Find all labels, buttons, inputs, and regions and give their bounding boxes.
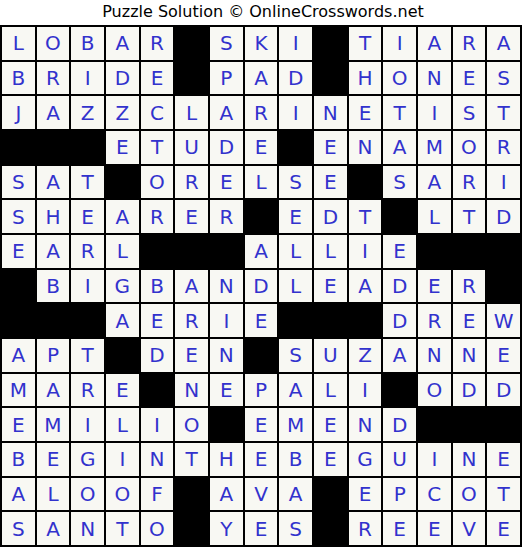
grid-cell: N: [453, 443, 486, 476]
grid-cell: T: [106, 512, 139, 545]
grid-cell: J: [2, 96, 35, 129]
block-cell: [314, 478, 347, 511]
grid-cell: N: [210, 339, 243, 372]
grid-cell: R: [71, 374, 104, 407]
grid-cell: E: [349, 478, 382, 511]
grid-cell: D: [383, 408, 416, 441]
grid-cell: A: [37, 512, 70, 545]
grid-cell: H: [37, 200, 70, 233]
grid-cell: A: [487, 27, 520, 60]
grid-cell: S: [383, 166, 416, 199]
block-cell: [279, 304, 312, 337]
grid-cell: E: [245, 131, 278, 164]
grid-cell: R: [349, 512, 382, 545]
grid-cell: E: [245, 304, 278, 337]
block-cell: [71, 304, 104, 337]
grid-cell: A: [383, 131, 416, 164]
grid-cell: A: [418, 27, 451, 60]
grid-cell: E: [487, 443, 520, 476]
grid-cell: S: [453, 96, 486, 129]
block-cell: [487, 408, 520, 441]
block-cell: [2, 131, 35, 164]
grid-cell: S: [2, 166, 35, 199]
block-cell: [37, 304, 70, 337]
block-cell: [279, 131, 312, 164]
grid-cell: E: [245, 443, 278, 476]
grid-cell: E: [2, 235, 35, 268]
grid-cell: L: [279, 235, 312, 268]
grid-cell: E: [210, 374, 243, 407]
grid-cell: S: [487, 62, 520, 95]
block-cell: [141, 235, 174, 268]
block-cell: [383, 200, 416, 233]
grid-cell: D: [383, 270, 416, 303]
block-cell: [106, 339, 139, 372]
grid-cell: M: [279, 408, 312, 441]
grid-cell: T: [141, 131, 174, 164]
grid-cell: C: [418, 478, 451, 511]
grid-cell: E: [418, 512, 451, 545]
crossword-grid: LOBARSKITIARABRIDEPADHONESJAZZCLARINETIS…: [0, 25, 522, 547]
grid-cell: N: [453, 339, 486, 372]
grid-cell: L: [106, 235, 139, 268]
grid-cell: O: [453, 478, 486, 511]
block-cell: [175, 478, 208, 511]
grid-cell: A: [37, 235, 70, 268]
grid-cell: O: [141, 512, 174, 545]
grid-cell: I: [71, 270, 104, 303]
grid-cell: S: [2, 512, 35, 545]
grid-cell: B: [2, 443, 35, 476]
grid-cell: I: [106, 443, 139, 476]
grid-cell: E: [175, 200, 208, 233]
grid-cell: P: [245, 374, 278, 407]
grid-cell: P: [383, 478, 416, 511]
grid-cell: G: [106, 270, 139, 303]
grid-cell: I: [418, 443, 451, 476]
grid-cell: N: [210, 270, 243, 303]
grid-cell: I: [141, 408, 174, 441]
block-cell: [210, 408, 243, 441]
grid-cell: I: [349, 374, 382, 407]
grid-cell: A: [37, 96, 70, 129]
grid-cell: A: [106, 200, 139, 233]
grid-cell: D: [210, 131, 243, 164]
block-cell: [175, 512, 208, 545]
grid-cell: N: [175, 374, 208, 407]
grid-cell: P: [210, 62, 243, 95]
grid-cell: A: [245, 235, 278, 268]
grid-cell: A: [37, 166, 70, 199]
grid-cell: E: [141, 304, 174, 337]
block-cell: [2, 304, 35, 337]
grid-cell: T: [71, 166, 104, 199]
grid-cell: W: [487, 304, 520, 337]
block-cell: [418, 235, 451, 268]
grid-cell: D: [106, 62, 139, 95]
page-title: Puzzle Solution © OnlineCrosswords.net: [0, 0, 526, 25]
grid-cell: I: [71, 62, 104, 95]
block-cell: [141, 374, 174, 407]
grid-cell: L: [106, 408, 139, 441]
grid-cell: O: [106, 478, 139, 511]
grid-cell: B: [37, 270, 70, 303]
grid-cell: E: [37, 443, 70, 476]
grid-cell: I: [487, 166, 520, 199]
block-cell: [349, 304, 382, 337]
grid-cell: E: [418, 270, 451, 303]
block-cell: [314, 512, 347, 545]
grid-cell: L: [314, 235, 347, 268]
puzzle-solution-page: Puzzle Solution © OnlineCrosswords.net L…: [0, 0, 526, 551]
grid-cell: E: [141, 62, 174, 95]
grid-cell: S: [279, 166, 312, 199]
grid-cell: T: [349, 200, 382, 233]
grid-cell: A: [418, 166, 451, 199]
grid-cell: R: [141, 27, 174, 60]
grid-cell: U: [383, 443, 416, 476]
grid-cell: A: [210, 478, 243, 511]
grid-cell: P: [37, 339, 70, 372]
grid-cell: N: [141, 443, 174, 476]
grid-cell: E: [245, 408, 278, 441]
grid-cell: B: [71, 27, 104, 60]
grid-cell: G: [71, 443, 104, 476]
block-cell: [314, 304, 347, 337]
grid-cell: E: [2, 408, 35, 441]
grid-cell: E: [314, 131, 347, 164]
grid-cell: A: [37, 374, 70, 407]
grid-cell: T: [175, 443, 208, 476]
grid-cell: F: [141, 478, 174, 511]
grid-cell: T: [487, 96, 520, 129]
block-cell: [453, 235, 486, 268]
grid-cell: T: [453, 200, 486, 233]
block-cell: [175, 27, 208, 60]
grid-cell: N: [349, 131, 382, 164]
grid-cell: D: [487, 374, 520, 407]
grid-cell: V: [453, 512, 486, 545]
grid-cell: E: [314, 166, 347, 199]
block-cell: [314, 27, 347, 60]
grid-cell: E: [71, 200, 104, 233]
grid-cell: M: [37, 408, 70, 441]
grid-cell: O: [71, 478, 104, 511]
grid-cell: E: [453, 62, 486, 95]
block-cell: [210, 235, 243, 268]
block-cell: [487, 235, 520, 268]
grid-cell: A: [106, 27, 139, 60]
grid-cell: R: [175, 166, 208, 199]
grid-cell: S: [210, 27, 243, 60]
grid-cell: I: [279, 96, 312, 129]
grid-cell: E: [175, 339, 208, 372]
grid-cell: I: [383, 27, 416, 60]
block-cell: [349, 166, 382, 199]
grid-cell: E: [106, 131, 139, 164]
grid-cell: B: [141, 270, 174, 303]
grid-cell: D: [453, 374, 486, 407]
grid-cell: O: [37, 27, 70, 60]
block-cell: [245, 339, 278, 372]
block-cell: [71, 131, 104, 164]
block-cell: [2, 270, 35, 303]
grid-cell: R: [453, 166, 486, 199]
grid-cell: E: [314, 270, 347, 303]
grid-cell: E: [314, 443, 347, 476]
grid-cell: A: [279, 374, 312, 407]
grid-cell: Z: [71, 96, 104, 129]
grid-cell: I: [71, 408, 104, 441]
block-cell: [453, 408, 486, 441]
grid-cell: U: [175, 131, 208, 164]
grid-cell: D: [487, 200, 520, 233]
grid-cell: E: [279, 200, 312, 233]
grid-cell: R: [487, 131, 520, 164]
grid-cell: O: [453, 131, 486, 164]
grid-cell: O: [141, 166, 174, 199]
grid-cell: I: [349, 235, 382, 268]
grid-cell: A: [210, 96, 243, 129]
grid-cell: O: [418, 374, 451, 407]
grid-cell: R: [71, 235, 104, 268]
grid-cell: N: [349, 408, 382, 441]
grid-cell: E: [210, 166, 243, 199]
grid-cell: L: [314, 374, 347, 407]
grid-cell: T: [71, 339, 104, 372]
grid-cell: R: [453, 27, 486, 60]
grid-cell: O: [175, 408, 208, 441]
grid-cell: O: [383, 62, 416, 95]
grid-cell: E: [383, 235, 416, 268]
grid-cell: T: [383, 96, 416, 129]
grid-cell: E: [487, 339, 520, 372]
grid-cell: L: [175, 96, 208, 129]
grid-cell: T: [349, 27, 382, 60]
grid-cell: S: [279, 339, 312, 372]
grid-cell: L: [37, 478, 70, 511]
grid-cell: C: [141, 96, 174, 129]
grid-cell: A: [245, 62, 278, 95]
grid-cell: B: [2, 62, 35, 95]
grid-cell: S: [2, 200, 35, 233]
grid-cell: E: [349, 96, 382, 129]
grid-cell: A: [349, 270, 382, 303]
grid-cell: D: [245, 270, 278, 303]
grid-cell: E: [245, 512, 278, 545]
grid-cell: I: [418, 96, 451, 129]
grid-cell: R: [37, 62, 70, 95]
block-cell: [314, 62, 347, 95]
grid-cell: T: [487, 478, 520, 511]
block-cell: [175, 235, 208, 268]
grid-cell: M: [418, 131, 451, 164]
grid-cell: A: [175, 270, 208, 303]
grid-cell: E: [106, 374, 139, 407]
block-cell: [245, 200, 278, 233]
grid-cell: G: [349, 443, 382, 476]
grid-cell: U: [314, 339, 347, 372]
grid-cell: D: [279, 62, 312, 95]
grid-cell: E: [383, 512, 416, 545]
grid-cell: N: [314, 96, 347, 129]
grid-cell: N: [418, 339, 451, 372]
block-cell: [487, 270, 520, 303]
grid-cell: D: [314, 200, 347, 233]
grid-cell: L: [2, 27, 35, 60]
grid-cell: R: [210, 200, 243, 233]
grid-cell: Z: [106, 96, 139, 129]
grid-cell: R: [141, 200, 174, 233]
grid-cell: Y: [210, 512, 243, 545]
grid-cell: N: [418, 62, 451, 95]
grid-cell: A: [2, 339, 35, 372]
grid-cell: Z: [349, 339, 382, 372]
block-cell: [37, 131, 70, 164]
grid-cell: A: [383, 339, 416, 372]
grid-cell: E: [314, 408, 347, 441]
grid-cell: H: [210, 443, 243, 476]
block-cell: [418, 408, 451, 441]
grid-cell: R: [418, 304, 451, 337]
grid-cell: I: [279, 27, 312, 60]
grid-cell: A: [106, 304, 139, 337]
grid-cell: A: [2, 478, 35, 511]
grid-cell: M: [2, 374, 35, 407]
grid-cell: I: [210, 304, 243, 337]
block-cell: [106, 166, 139, 199]
grid-cell: D: [383, 304, 416, 337]
grid-cell: L: [245, 166, 278, 199]
grid-cell: E: [487, 512, 520, 545]
grid-cell: R: [245, 96, 278, 129]
grid-cell: B: [279, 443, 312, 476]
grid-cell: V: [245, 478, 278, 511]
grid-cell: L: [279, 270, 312, 303]
block-cell: [175, 62, 208, 95]
grid-cell: S: [279, 512, 312, 545]
grid-cell: K: [245, 27, 278, 60]
grid-cell: R: [175, 304, 208, 337]
grid-cell: E: [453, 304, 486, 337]
block-cell: [383, 374, 416, 407]
grid-cell: H: [349, 62, 382, 95]
grid-cell: A: [279, 478, 312, 511]
grid-cell: L: [418, 200, 451, 233]
grid-cell: R: [453, 270, 486, 303]
grid-cell: D: [141, 339, 174, 372]
grid-cell: N: [71, 512, 104, 545]
